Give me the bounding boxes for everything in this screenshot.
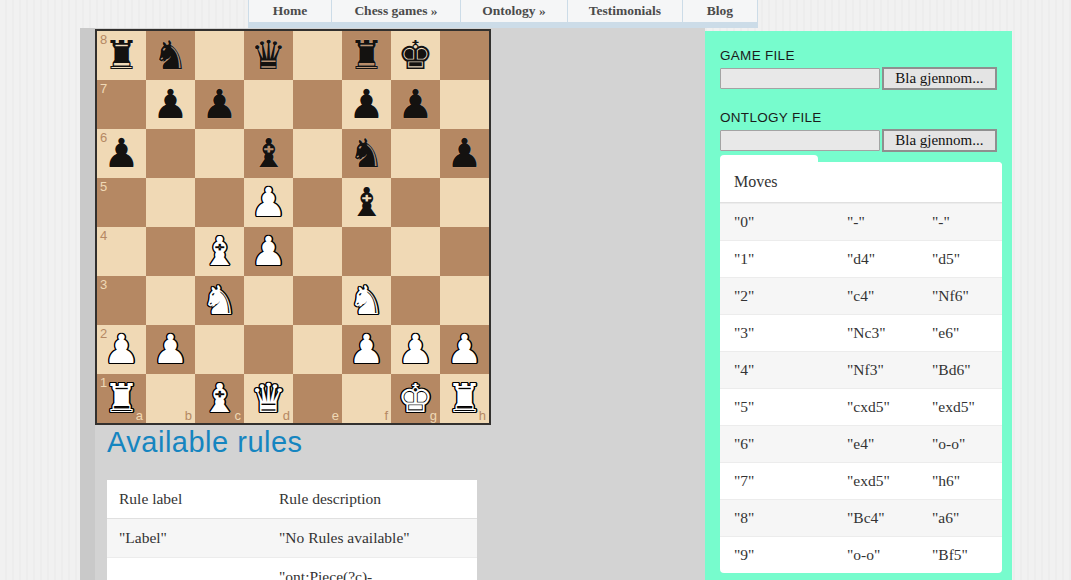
move-row: "8" "Bc4" "a6" [720, 499, 1002, 536]
moves-table-header-row: Moves [720, 162, 1002, 203]
square-a7: 7 [97, 80, 146, 129]
square-g4 [391, 227, 440, 276]
black-knight: ♞ [146, 31, 195, 80]
square-h3 [440, 276, 489, 325]
square-a2: 2♟ [97, 325, 146, 374]
square-g1: g♚ [391, 374, 440, 423]
white-pawn: ♟ [440, 325, 489, 374]
move-number: "6" [720, 425, 833, 462]
white-bishop: ♝ [195, 374, 244, 423]
black-pawn: ♟ [391, 80, 440, 129]
square-c5 [195, 178, 244, 227]
rank-label: 4 [100, 228, 107, 243]
game-file-browse-button[interactable]: Bla gjennom... [882, 67, 997, 90]
square-d1: d♛ [244, 374, 293, 423]
square-b3 [146, 276, 195, 325]
black-pawn: ♟ [440, 129, 489, 178]
square-h1: h♜ [440, 374, 489, 423]
square-c4: ♝ [195, 227, 244, 276]
black-rook: ♜ [342, 31, 391, 80]
square-g3 [391, 276, 440, 325]
square-e2 [293, 325, 342, 374]
move-row: "0" "-" "-" [720, 203, 1002, 240]
content-left-edge [80, 28, 95, 580]
square-a4: 4 [97, 227, 146, 276]
white-move: "d4" [833, 240, 918, 277]
white-move: "c4" [833, 277, 918, 314]
square-d5: ♟ [244, 178, 293, 227]
square-e7 [293, 80, 342, 129]
main-navigation: Home Chess games » Ontology » Testimonia… [248, 0, 758, 28]
nav-tab-ontology[interactable]: Ontology » [460, 0, 567, 22]
move-number: "0" [720, 203, 833, 240]
moves-table-header: Moves [720, 162, 1002, 203]
black-move: "-" [918, 203, 1002, 240]
file-label: b [185, 408, 192, 423]
rule-label: "testc" [107, 558, 267, 580]
rules-col-label: Rule label [107, 480, 267, 519]
square-b6 [146, 129, 195, 178]
ontology-file-label: ONTLOGY FILE [720, 110, 997, 125]
rule-description: "No Rules available" [267, 519, 477, 558]
black-move: "exd5" [918, 388, 1002, 425]
white-move: "-" [833, 203, 918, 240]
move-row: "9" "o-o" "Bf5" [720, 536, 1002, 573]
square-f5: ♝ [342, 178, 391, 227]
square-c8 [195, 31, 244, 80]
black-move: "h6" [918, 462, 1002, 499]
white-move: "Nc3" [833, 314, 918, 351]
nav-tab-blog[interactable]: Blog [682, 0, 758, 22]
square-c3: ♞ [195, 276, 244, 325]
nav-tab-home[interactable]: Home [248, 0, 331, 22]
black-pawn: ♟ [97, 129, 146, 178]
black-move: "Bf5" [918, 536, 1002, 573]
square-h8 [440, 31, 489, 80]
square-f8: ♜ [342, 31, 391, 80]
move-number: "5" [720, 388, 833, 425]
square-d3 [244, 276, 293, 325]
move-number: "9" [720, 536, 833, 573]
white-move: "Bc4" [833, 499, 918, 536]
rule-label: "Label" [107, 519, 267, 558]
white-rook: ♜ [440, 374, 489, 423]
move-number: "8" [720, 499, 833, 536]
square-c2 [195, 325, 244, 374]
black-move: "Bd6" [918, 351, 1002, 388]
move-row: "3" "Nc3" "e6" [720, 314, 1002, 351]
square-d6: ♝ [244, 129, 293, 178]
move-row: "4" "Nf3" "Bd6" [720, 351, 1002, 388]
move-row: "1" "d4" "d5" [720, 240, 1002, 277]
move-number: "1" [720, 240, 833, 277]
rules-table-header-row: Rule label Rule description [107, 480, 477, 519]
available-rules-heading: Available rules [107, 426, 303, 459]
square-e5 [293, 178, 342, 227]
game-file-label: GAME FILE [720, 48, 997, 63]
square-b4 [146, 227, 195, 276]
square-f2: ♟ [342, 325, 391, 374]
square-e8 [293, 31, 342, 80]
white-pawn: ♟ [146, 325, 195, 374]
nav-tab-testimonials[interactable]: Testimonials [567, 0, 682, 22]
white-pawn: ♟ [97, 325, 146, 374]
rank-label: 7 [100, 81, 107, 96]
black-pawn: ♟ [342, 80, 391, 129]
square-f7: ♟ [342, 80, 391, 129]
square-f1: f [342, 374, 391, 423]
black-bishop: ♝ [244, 129, 293, 178]
square-e3 [293, 276, 342, 325]
move-number: "3" [720, 314, 833, 351]
move-row: "5" "cxd5" "exd5" [720, 388, 1002, 425]
ontology-file-field[interactable] [720, 130, 880, 151]
square-f4 [342, 227, 391, 276]
black-bishop: ♝ [342, 178, 391, 227]
move-number: "2" [720, 277, 833, 314]
black-move: "Nf6" [918, 277, 1002, 314]
square-a3: 3 [97, 276, 146, 325]
white-knight: ♞ [195, 276, 244, 325]
square-c7: ♟ [195, 80, 244, 129]
white-queen: ♛ [244, 374, 293, 423]
square-g7: ♟ [391, 80, 440, 129]
square-c6 [195, 129, 244, 178]
game-file-input: Bla gjennom... [720, 67, 997, 90]
square-d8: ♛ [244, 31, 293, 80]
move-row: "2" "c4" "Nf6" [720, 277, 1002, 314]
square-f6: ♞ [342, 129, 391, 178]
square-h2: ♟ [440, 325, 489, 374]
black-move: "a6" [918, 499, 1002, 536]
square-a5: 5 [97, 178, 146, 227]
square-b1: b [146, 374, 195, 423]
square-h5 [440, 178, 489, 227]
square-h6: ♟ [440, 129, 489, 178]
rules-table: Rule label Rule description "Label" "No … [107, 480, 477, 580]
square-g8: ♚ [391, 31, 440, 80]
black-knight: ♞ [342, 129, 391, 178]
white-rook: ♜ [97, 374, 146, 423]
square-d2 [244, 325, 293, 374]
white-move: "Nf3" [833, 351, 918, 388]
square-b5 [146, 178, 195, 227]
white-pawn: ♟ [342, 325, 391, 374]
white-pawn: ♟ [244, 227, 293, 276]
rule-description: "ont:Piece(?c)->sqwrl:count(?c)" [267, 558, 477, 580]
square-f3: ♞ [342, 276, 391, 325]
square-b7: ♟ [146, 80, 195, 129]
square-a8: 8♜ [97, 31, 146, 80]
square-h7 [440, 80, 489, 129]
square-g6 [391, 129, 440, 178]
rank-label: 3 [100, 277, 107, 292]
white-bishop: ♝ [195, 227, 244, 276]
black-rook: ♜ [97, 31, 146, 80]
ontology-file-browse-button[interactable]: Bla gjennom... [882, 129, 997, 152]
white-move: "cxd5" [833, 388, 918, 425]
rules-row: "testc" "ont:Piece(?c)->sqwrl:count(?c)" [107, 558, 477, 580]
rules-row: "Label" "No Rules available" [107, 519, 477, 558]
white-move: "e4" [833, 425, 918, 462]
file-label: f [384, 408, 388, 423]
move-number: "7" [720, 462, 833, 499]
black-queen: ♛ [244, 31, 293, 80]
rules-col-description: Rule description [267, 480, 477, 519]
square-e6 [293, 129, 342, 178]
square-d7 [244, 80, 293, 129]
move-row: "6" "e4" "o-o" [720, 425, 1002, 462]
nav-tab-chess-games[interactable]: Chess games » [331, 0, 460, 22]
black-move: "e6" [918, 314, 1002, 351]
square-b2: ♟ [146, 325, 195, 374]
chess-board: 8♜♞♛♜♚7♟♟♟♟6♟♝♞♟5♟♝4♝♟3♞♞2♟♟♟♟♟1a♜bc♝d♛e… [95, 29, 491, 425]
white-pawn: ♟ [391, 325, 440, 374]
white-knight: ♞ [342, 276, 391, 325]
square-d4: ♟ [244, 227, 293, 276]
square-e4 [293, 227, 342, 276]
square-g5 [391, 178, 440, 227]
black-move: "o-o" [918, 425, 1002, 462]
main-content-area: 8♜♞♛♜♚7♟♟♟♟6♟♝♞♟5♟♝4♝♟3♞♞2♟♟♟♟♟1a♜bc♝d♛e… [95, 28, 705, 580]
square-h4 [440, 227, 489, 276]
square-e1: e [293, 374, 342, 423]
white-king: ♚ [391, 374, 440, 423]
ontology-file-input: Bla gjennom... [720, 129, 997, 152]
rank-label: 5 [100, 179, 107, 194]
square-a6: 6♟ [97, 129, 146, 178]
square-g2: ♟ [391, 325, 440, 374]
white-move: "o-o" [833, 536, 918, 573]
file-label: e [332, 408, 339, 423]
square-c1: c♝ [195, 374, 244, 423]
white-move: "exd5" [833, 462, 918, 499]
move-number: "4" [720, 351, 833, 388]
moves-table: Moves "0" "-" "-" "1" "d4" "d5" "2" "c4"… [720, 162, 1002, 573]
file-upload-panel: GAME FILE Bla gjennom... ONTLOGY FILE Bl… [705, 31, 1012, 580]
black-king: ♚ [391, 31, 440, 80]
black-pawn: ♟ [146, 80, 195, 129]
game-file-field[interactable] [720, 68, 880, 89]
square-b8: ♞ [146, 31, 195, 80]
black-move: "d5" [918, 240, 1002, 277]
white-pawn: ♟ [244, 178, 293, 227]
square-a1: 1a♜ [97, 374, 146, 423]
move-row: "7" "exd5" "h6" [720, 462, 1002, 499]
black-pawn: ♟ [195, 80, 244, 129]
